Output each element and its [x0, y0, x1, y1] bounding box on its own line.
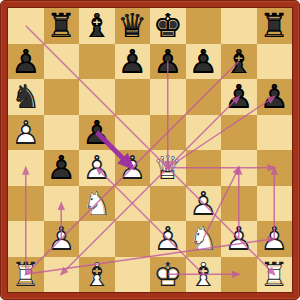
- piece-black-pawn-h6[interactable]: ♟♙: [257, 79, 293, 115]
- piece-white-pawn-b2[interactable]: ♟♙: [44, 221, 80, 257]
- piece-white-knight-f2[interactable]: ♞♘: [186, 221, 222, 257]
- black-pawn-glyph-outline: ♙: [44, 150, 80, 186]
- square-e3[interactable]: [150, 186, 186, 222]
- piece-white-rook-a1[interactable]: ♜♖: [8, 257, 44, 293]
- square-b5[interactable]: [44, 115, 80, 151]
- piece-white-pawn-d4[interactable]: ♟♙: [115, 150, 151, 186]
- black-bishop-glyph-outline: ♗: [221, 44, 257, 80]
- square-f6[interactable]: [186, 79, 222, 115]
- square-g8[interactable]: [221, 8, 257, 44]
- square-b3[interactable]: [44, 186, 80, 222]
- square-d1[interactable]: [115, 257, 151, 293]
- square-h7[interactable]: [257, 44, 293, 80]
- white-pawn-glyph-outline: ♙: [79, 150, 115, 186]
- piece-black-queen-d8[interactable]: ♛♕: [115, 8, 151, 44]
- piece-black-pawn-b4[interactable]: ♟♙: [44, 150, 80, 186]
- black-pawn-glyph-outline: ♙: [150, 44, 186, 80]
- piece-black-pawn-d7[interactable]: ♟♙: [115, 44, 151, 80]
- white-pawn-glyph-outline: ♙: [115, 150, 151, 186]
- square-h4[interactable]: [257, 150, 293, 186]
- piece-white-bishop-f1[interactable]: ♝♗: [186, 257, 222, 293]
- square-a2[interactable]: [8, 221, 44, 257]
- square-g5[interactable]: [221, 115, 257, 151]
- white-queen-glyph-outline: ♕: [150, 150, 186, 186]
- square-g3[interactable]: [221, 186, 257, 222]
- black-pawn-glyph-outline: ♙: [79, 115, 115, 151]
- piece-black-knight-a6[interactable]: ♞♘: [8, 79, 44, 115]
- white-pawn-glyph-outline: ♙: [186, 186, 222, 222]
- square-g1[interactable]: [221, 257, 257, 293]
- white-bishop-glyph-outline: ♗: [186, 257, 222, 293]
- square-b6[interactable]: [44, 79, 80, 115]
- black-pawn-glyph-outline: ♙: [221, 79, 257, 115]
- black-pawn-glyph-outline: ♙: [8, 44, 44, 80]
- piece-black-pawn-c5[interactable]: ♟♙: [79, 115, 115, 151]
- piece-white-bishop-c1[interactable]: ♝♗: [79, 257, 115, 293]
- piece-white-knight-c3[interactable]: ♞♘: [79, 186, 115, 222]
- white-rook-glyph-outline: ♖: [8, 257, 44, 293]
- square-d5[interactable]: [115, 115, 151, 151]
- black-knight-glyph-outline: ♘: [8, 79, 44, 115]
- white-pawn-glyph-outline: ♙: [8, 115, 44, 151]
- piece-white-pawn-f3[interactable]: ♟♙: [186, 186, 222, 222]
- square-a4[interactable]: [8, 150, 44, 186]
- square-f5[interactable]: [186, 115, 222, 151]
- white-pawn-glyph-outline: ♙: [257, 221, 293, 257]
- black-king-glyph-outline: ♔: [150, 8, 186, 44]
- piece-black-bishop-g7[interactable]: ♝♗: [221, 44, 257, 80]
- black-pawn-glyph-outline: ♙: [257, 79, 293, 115]
- piece-white-rook-h1[interactable]: ♜♖: [257, 257, 293, 293]
- white-king-glyph-outline: ♔: [150, 257, 186, 293]
- piece-black-pawn-a7[interactable]: ♟♙: [8, 44, 44, 80]
- black-rook-glyph-outline: ♖: [44, 8, 80, 44]
- black-queen-glyph-outline: ♕: [115, 8, 151, 44]
- square-e5[interactable]: [150, 115, 186, 151]
- piece-black-pawn-e7[interactable]: ♟♙: [150, 44, 186, 80]
- piece-black-rook-b8[interactable]: ♜♖: [44, 8, 80, 44]
- piece-black-rook-h8[interactable]: ♜♖: [257, 8, 293, 44]
- square-d3[interactable]: [115, 186, 151, 222]
- square-g4[interactable]: [221, 150, 257, 186]
- white-bishop-glyph-outline: ♗: [79, 257, 115, 293]
- piece-white-pawn-e2[interactable]: ♟♙: [150, 221, 186, 257]
- square-d6[interactable]: [115, 79, 151, 115]
- piece-white-pawn-c4[interactable]: ♟♙: [79, 150, 115, 186]
- square-c6[interactable]: [79, 79, 115, 115]
- white-knight-glyph-outline: ♘: [79, 186, 115, 222]
- piece-black-king-e8[interactable]: ♚♔: [150, 8, 186, 44]
- white-rook-glyph-outline: ♖: [257, 257, 293, 293]
- square-c7[interactable]: [79, 44, 115, 80]
- square-c2[interactable]: [79, 221, 115, 257]
- square-f8[interactable]: [186, 8, 222, 44]
- white-pawn-glyph-outline: ♙: [44, 221, 80, 257]
- square-h3[interactable]: [257, 186, 293, 222]
- square-b1[interactable]: [44, 257, 80, 293]
- white-knight-glyph-outline: ♘: [186, 221, 222, 257]
- piece-black-pawn-g6[interactable]: ♟♙: [221, 79, 257, 115]
- square-e6[interactable]: [150, 79, 186, 115]
- piece-white-king-e1[interactable]: ♚♔: [150, 257, 186, 293]
- square-a3[interactable]: [8, 186, 44, 222]
- black-pawn-glyph-outline: ♙: [115, 44, 151, 80]
- piece-white-queen-e4[interactable]: ♛♕: [150, 150, 186, 186]
- piece-white-pawn-g2[interactable]: ♟♙: [221, 221, 257, 257]
- piece-white-pawn-a5[interactable]: ♟♙: [8, 115, 44, 151]
- square-h5[interactable]: [257, 115, 293, 151]
- square-f4[interactable]: [186, 150, 222, 186]
- piece-black-pawn-f7[interactable]: ♟♙: [186, 44, 222, 80]
- black-rook-glyph-outline: ♖: [257, 8, 293, 44]
- black-bishop-glyph-outline: ♗: [79, 8, 115, 44]
- white-pawn-glyph-outline: ♙: [150, 221, 186, 257]
- square-a8[interactable]: [8, 8, 44, 44]
- square-d2[interactable]: [115, 221, 151, 257]
- chess-board-window: ♜♖♝♗♛♕♚♔♜♖♟♙♟♙♟♙♟♙♝♗♞♘♟♙♟♙♟♙♟♙♟♙♟♙♟♙♛♕♞♘…: [0, 0, 300, 300]
- black-pawn-glyph-outline: ♙: [186, 44, 222, 80]
- square-b7[interactable]: [44, 44, 80, 80]
- white-pawn-glyph-outline: ♙: [221, 221, 257, 257]
- piece-black-bishop-c8[interactable]: ♝♗: [79, 8, 115, 44]
- piece-white-pawn-h2[interactable]: ♟♙: [257, 221, 293, 257]
